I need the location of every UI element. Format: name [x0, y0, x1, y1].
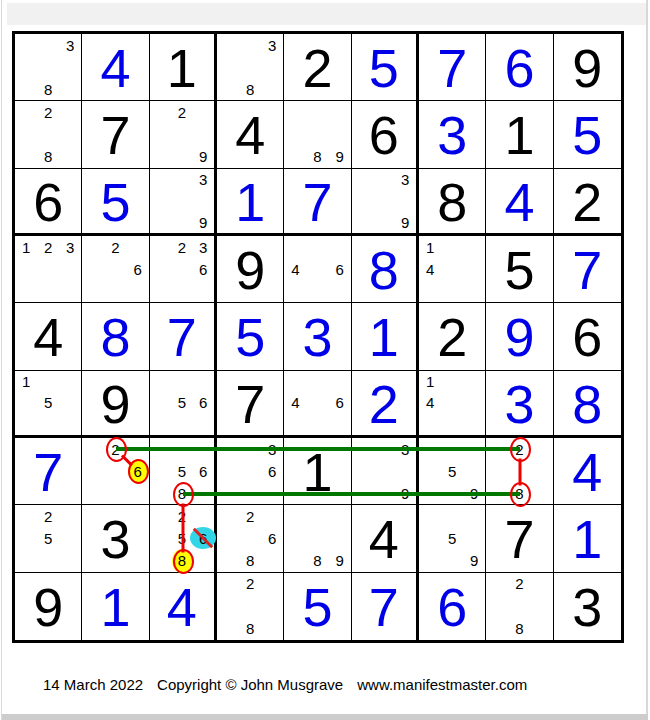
candidate-digit: 5: [178, 531, 186, 546]
candidate-r7c7-9: 9: [463, 482, 485, 504]
solved-digit: 8: [572, 377, 602, 431]
cell-r4c1[interactable]: 123: [15, 236, 82, 303]
candidate-grid: 89: [284, 505, 350, 571]
candidate-empty: [463, 371, 485, 392]
candidate-r8c3-2: 2: [171, 505, 192, 527]
solved-digit: 6: [437, 580, 467, 634]
candidate-empty: [395, 190, 416, 211]
cell-r8c5[interactable]: 89: [284, 505, 351, 572]
candidate-empty: [193, 482, 214, 504]
cell-r6c9[interactable]: 8: [554, 371, 621, 438]
cell-r2c1[interactable]: 28: [15, 101, 82, 168]
candidate-empty: [463, 414, 485, 435]
candidate-empty: [82, 280, 104, 302]
cell-r7c6[interactable]: 39: [352, 438, 419, 505]
cell-r9c8[interactable]: 28: [486, 573, 553, 640]
candidate-empty: [419, 550, 441, 572]
candidate-digit: 3: [268, 38, 276, 53]
candidate-grid: 89: [284, 101, 350, 167]
candidate-r4c5-4: 4: [284, 258, 306, 280]
candidate-grid: 28: [15, 101, 81, 167]
given-digit: 3: [100, 512, 130, 566]
candidate-empty: [104, 280, 126, 302]
solved-digit: 1: [235, 175, 265, 229]
candidate-empty: [171, 146, 192, 168]
cell-r3c1[interactable]: 6: [15, 169, 82, 236]
candidate-r6c5-6: 6: [329, 392, 351, 413]
cell-r9c5[interactable]: 5: [284, 573, 351, 640]
candidate-digit: 8: [313, 149, 321, 164]
candidate-empty: [261, 56, 283, 78]
candidate-r1c4-3: 3: [261, 34, 283, 56]
candidate-digit: 4: [291, 395, 299, 410]
candidate-grid: 39: [352, 169, 416, 233]
candidate-empty: [217, 505, 239, 527]
cell-r1c1[interactable]: 38: [15, 34, 82, 101]
candidate-digit: 1: [426, 374, 434, 389]
given-digit: 6: [33, 175, 63, 229]
solved-digit: 4: [504, 175, 534, 229]
candidate-empty: [239, 460, 261, 482]
cell-r3c8[interactable]: 4: [486, 169, 553, 236]
cell-r9c6[interactable]: 7: [352, 573, 419, 640]
candidate-empty: [306, 258, 328, 280]
candidate-digit: 2: [178, 509, 186, 524]
candidate-empty: [59, 78, 81, 100]
candidate-empty: [37, 123, 59, 145]
candidate-empty: [150, 101, 171, 123]
candidate-digit: 3: [66, 240, 74, 255]
candidate-r4c1-3: 3: [59, 236, 81, 258]
cell-r8c9[interactable]: 1: [554, 505, 621, 572]
candidate-empty: [217, 460, 239, 482]
cell-r1c8[interactable]: 6: [486, 34, 553, 101]
candidate-empty: [531, 438, 553, 460]
candidate-empty: [261, 550, 283, 572]
candidate-r3c3-3: 3: [193, 169, 214, 190]
candidate-empty: [59, 101, 81, 123]
candidate-r1c1-8: 8: [37, 78, 59, 100]
candidate-empty: [59, 527, 81, 549]
solved-digit: 1: [100, 580, 130, 634]
cell-r7c2[interactable]: 26: [82, 438, 149, 505]
cell-r6c3[interactable]: 56: [150, 371, 217, 438]
given-digit: 2: [302, 41, 332, 95]
candidate-empty: [531, 460, 553, 482]
candidate-digit: 6: [335, 395, 343, 410]
candidate-r4c2-6: 6: [127, 258, 149, 280]
cell-r2c3[interactable]: 29: [150, 101, 217, 168]
solved-digit: 5: [100, 175, 130, 229]
candidate-digit: 8: [178, 553, 186, 568]
candidate-empty: [329, 123, 351, 145]
candidate-grid: 15: [15, 371, 81, 435]
cell-r4c2[interactable]: 26: [82, 236, 149, 303]
candidate-empty: [486, 595, 508, 617]
candidate-r3c6-3: 3: [395, 169, 416, 190]
candidate-digit: 6: [133, 262, 141, 277]
candidate-empty: [373, 212, 394, 233]
candidate-empty: [150, 392, 171, 413]
given-digit: 6: [572, 310, 602, 364]
cell-r7c5[interactable]: 1: [284, 438, 351, 505]
candidate-r7c8-2: 2: [508, 438, 530, 460]
candidate-r4c3-3: 3: [193, 236, 214, 258]
cell-r3c9[interactable]: 2: [554, 169, 621, 236]
candidate-digit: 9: [335, 149, 343, 164]
cell-r5c8[interactable]: 9: [486, 303, 553, 370]
cell-r3c7[interactable]: 8: [419, 169, 486, 236]
candidate-empty: [127, 438, 149, 460]
candidate-digit: 9: [470, 486, 478, 501]
candidate-digit: 9: [401, 486, 409, 501]
candidate-empty: [15, 280, 37, 302]
solved-digit: 8: [369, 243, 399, 297]
candidate-empty: [150, 527, 171, 549]
candidate-empty: [150, 550, 171, 572]
candidate-r6c7-4: 4: [419, 392, 441, 413]
candidate-empty: [217, 527, 239, 549]
cell-r9c7[interactable]: 6: [419, 573, 486, 640]
candidate-r1c4-8: 8: [239, 78, 261, 100]
candidate-empty: [37, 258, 59, 280]
candidate-empty: [261, 573, 283, 595]
candidate-grid: 59: [419, 438, 485, 504]
cell-r8c7[interactable]: 59: [419, 505, 486, 572]
candidate-empty: [486, 573, 508, 595]
candidate-empty: [82, 236, 104, 258]
candidate-digit: 8: [44, 149, 52, 164]
cell-r3c5[interactable]: 7: [284, 169, 351, 236]
given-digit: 2: [437, 310, 467, 364]
candidate-digit: 9: [401, 215, 409, 230]
cell-r8c1[interactable]: 25: [15, 505, 82, 572]
candidate-empty: [329, 371, 351, 392]
given-digit: 9: [235, 243, 265, 297]
candidate-empty: [441, 236, 463, 258]
candidate-digit: 6: [199, 262, 207, 277]
candidate-digit: 4: [426, 262, 434, 277]
cell-r7c7[interactable]: 59: [419, 438, 486, 505]
cell-r5c3[interactable]: 7: [150, 303, 217, 370]
cell-r1c7[interactable]: 7: [419, 34, 486, 101]
cell-r4c4[interactable]: 9: [217, 236, 284, 303]
candidate-grid: 26: [82, 438, 148, 504]
candidate-empty: [329, 527, 351, 549]
candidate-empty: [193, 438, 214, 460]
candidate-empty: [373, 169, 394, 190]
candidate-empty: [306, 280, 328, 302]
cell-r2c8[interactable]: 1: [486, 101, 553, 168]
candidate-empty: [531, 595, 553, 617]
candidate-r6c5-4: 4: [284, 392, 306, 413]
candidate-r7c2-2: 2: [104, 438, 126, 460]
candidate-empty: [373, 190, 394, 211]
given-digit: 8: [437, 175, 467, 229]
cell-r6c5[interactable]: 46: [284, 371, 351, 438]
candidate-empty: [15, 56, 37, 78]
candidate-digit: 2: [111, 240, 119, 255]
candidate-r7c6-3: 3: [395, 438, 416, 460]
candidate-empty: [150, 190, 171, 211]
candidate-r6c7-1: 1: [419, 371, 441, 392]
given-digit: 7: [504, 512, 534, 566]
candidate-r8c1-2: 2: [37, 505, 59, 527]
cell-r1c2[interactable]: 4: [82, 34, 149, 101]
candidate-empty: [508, 460, 530, 482]
candidate-digit: 6: [199, 464, 207, 479]
cell-r6c7[interactable]: 14: [419, 371, 486, 438]
candidate-digit: 6: [199, 395, 207, 410]
solved-digit: 1: [572, 512, 602, 566]
candidate-empty: [37, 371, 59, 392]
cell-r5c5[interactable]: 3: [284, 303, 351, 370]
solved-digit: 4: [100, 41, 130, 95]
candidate-empty: [239, 595, 261, 617]
candidate-empty: [82, 482, 104, 504]
candidate-empty: [284, 371, 306, 392]
solved-digit: 4: [167, 580, 197, 634]
candidate-empty: [284, 505, 306, 527]
candidate-grid: 46: [284, 236, 350, 302]
given-digit: 5: [504, 243, 534, 297]
cell-r7c4[interactable]: 36: [217, 438, 284, 505]
candidate-digit: 3: [199, 240, 207, 255]
candidate-digit: 6: [268, 531, 276, 546]
cell-r3c6[interactable]: 39: [352, 169, 419, 236]
cell-r9c3[interactable]: 4: [150, 573, 217, 640]
cell-r8c8[interactable]: 7: [486, 505, 553, 572]
cell-r4c6[interactable]: 8: [352, 236, 419, 303]
candidate-empty: [486, 460, 508, 482]
cell-r7c1[interactable]: 7: [15, 438, 82, 505]
candidate-digit: 2: [111, 442, 119, 457]
cell-r6c1[interactable]: 15: [15, 371, 82, 438]
candidate-empty: [463, 258, 485, 280]
candidate-empty: [261, 595, 283, 617]
cell-r4c9[interactable]: 7: [554, 236, 621, 303]
cell-r9c2[interactable]: 1: [82, 573, 149, 640]
candidate-empty: [508, 595, 530, 617]
candidate-empty: [284, 550, 306, 572]
candidate-empty: [171, 212, 192, 233]
cell-r6c2[interactable]: 9: [82, 371, 149, 438]
cell-r5c1[interactable]: 4: [15, 303, 82, 370]
candidate-empty: [37, 34, 59, 56]
candidate-grid: 29: [150, 101, 214, 167]
cell-r5c4[interactable]: 5: [217, 303, 284, 370]
candidate-empty: [441, 414, 463, 435]
candidate-grid: 28: [486, 438, 552, 504]
cell-r9c9[interactable]: 3: [554, 573, 621, 640]
candidate-empty: [463, 460, 485, 482]
candidate-empty: [284, 146, 306, 168]
candidate-empty: [15, 258, 37, 280]
candidate-empty: [171, 169, 192, 190]
cell-r2c4[interactable]: 4: [217, 101, 284, 168]
candidate-empty: [193, 101, 214, 123]
cell-r7c9[interactable]: 4: [554, 438, 621, 505]
candidate-digit: 6: [133, 464, 141, 479]
candidate-empty: [531, 573, 553, 595]
candidate-empty: [306, 527, 328, 549]
candidate-empty: [352, 438, 373, 460]
candidate-empty: [15, 146, 37, 168]
cell-r8c4[interactable]: 268: [217, 505, 284, 572]
candidate-empty: [352, 482, 373, 504]
solved-digit: 5: [302, 580, 332, 634]
candidate-digit: 3: [401, 442, 409, 457]
candidate-r2c1-8: 8: [37, 146, 59, 168]
cell-r3c3[interactable]: 39: [150, 169, 217, 236]
cell-r1c4[interactable]: 38: [217, 34, 284, 101]
window-right-edge: [646, 0, 648, 720]
footer-website[interactable]: www.manifestmaster.com: [357, 676, 527, 693]
candidate-empty: [59, 392, 81, 413]
cell-r2c5[interactable]: 89: [284, 101, 351, 168]
candidate-digit: 4: [426, 395, 434, 410]
cell-r3c2[interactable]: 5: [82, 169, 149, 236]
candidate-empty: [284, 414, 306, 435]
candidate-empty: [171, 371, 192, 392]
candidate-digit: 9: [470, 553, 478, 568]
candidate-empty: [150, 482, 171, 504]
given-digit: 1: [302, 445, 332, 499]
candidate-r9c4-8: 8: [239, 618, 261, 640]
cell-r2c7[interactable]: 3: [419, 101, 486, 168]
candidate-empty: [419, 505, 441, 527]
cell-r9c4[interactable]: 28: [217, 573, 284, 640]
cell-r8c2[interactable]: 3: [82, 505, 149, 572]
candidate-empty: [59, 146, 81, 168]
candidate-empty: [329, 236, 351, 258]
cell-r6c8[interactable]: 3: [486, 371, 553, 438]
candidate-empty: [15, 550, 37, 572]
cell-r7c3[interactable]: 568: [150, 438, 217, 505]
cell-r2c2[interactable]: 7: [82, 101, 149, 168]
cell-r1c5[interactable]: 2: [284, 34, 351, 101]
candidate-empty: [59, 505, 81, 527]
cell-r6c4[interactable]: 7: [217, 371, 284, 438]
candidate-r7c3-5: 5: [171, 460, 192, 482]
candidate-empty: [104, 258, 126, 280]
candidate-digit: 2: [44, 105, 52, 120]
candidate-r8c4-2: 2: [239, 505, 261, 527]
candidate-r4c3-6: 6: [193, 258, 214, 280]
candidate-r2c3-9: 9: [193, 146, 214, 168]
candidate-empty: [15, 123, 37, 145]
given-digit: 4: [33, 310, 63, 364]
solved-digit: 7: [572, 243, 602, 297]
cell-r7c8[interactable]: 28: [486, 438, 553, 505]
candidate-empty: [217, 56, 239, 78]
candidate-empty: [59, 56, 81, 78]
cell-r5c7[interactable]: 2: [419, 303, 486, 370]
candidate-empty: [127, 236, 149, 258]
candidate-r9c8-2: 2: [508, 573, 530, 595]
cell-r9c1[interactable]: 9: [15, 573, 82, 640]
candidate-r8c3-6: 6: [193, 527, 214, 549]
candidate-empty: [15, 505, 37, 527]
cell-r4c8[interactable]: 5: [486, 236, 553, 303]
candidate-empty: [171, 414, 192, 435]
candidate-digit: 5: [44, 531, 52, 546]
candidate-empty: [531, 618, 553, 640]
candidate-empty: [306, 123, 328, 145]
cell-r4c5[interactable]: 46: [284, 236, 351, 303]
candidate-digit: 9: [199, 215, 207, 230]
cell-r8c3[interactable]: 2568: [150, 505, 217, 572]
candidate-empty: [82, 438, 104, 460]
candidate-empty: [463, 505, 485, 527]
cell-r1c3[interactable]: 1: [150, 34, 217, 101]
candidate-grid: 39: [352, 438, 416, 504]
cell-r5c2[interactable]: 8: [82, 303, 149, 370]
candidate-grid: 568: [150, 438, 214, 504]
candidate-r4c1-1: 1: [15, 236, 37, 258]
candidate-r8c1-5: 5: [37, 527, 59, 549]
candidate-digit: 1: [22, 374, 30, 389]
candidate-empty: [217, 34, 239, 56]
cell-r2c9[interactable]: 5: [554, 101, 621, 168]
solved-digit: 7: [437, 41, 467, 95]
candidate-grid: 26: [82, 236, 148, 302]
candidate-digit: 9: [335, 553, 343, 568]
candidate-empty: [217, 438, 239, 460]
cell-r2c6[interactable]: 6: [352, 101, 419, 168]
candidate-r6c3-6: 6: [193, 392, 214, 413]
candidate-empty: [217, 595, 239, 617]
candidate-grid: 25: [15, 505, 81, 571]
solved-digit: 7: [369, 580, 399, 634]
candidate-empty: [37, 56, 59, 78]
cell-r5c9[interactable]: 6: [554, 303, 621, 370]
candidate-digit: 1: [22, 240, 30, 255]
candidate-empty: [441, 505, 463, 527]
candidate-empty: [171, 190, 192, 211]
candidate-r4c1-2: 2: [37, 236, 59, 258]
sudoku-board: 3841382576928729489631565391739842123262…: [12, 31, 624, 643]
candidate-empty: [463, 438, 485, 460]
cell-r5c6[interactable]: 1: [352, 303, 419, 370]
candidate-empty: [217, 78, 239, 100]
cell-r3c4[interactable]: 1: [217, 169, 284, 236]
footer-date: 14 March 2022: [43, 676, 143, 693]
candidate-digit: 8: [246, 621, 254, 636]
candidate-grid: 14: [419, 236, 485, 302]
candidate-empty: [150, 460, 171, 482]
candidate-empty: [306, 505, 328, 527]
candidate-grid: 236: [150, 236, 214, 302]
candidate-empty: [239, 34, 261, 56]
cell-r1c6[interactable]: 5: [352, 34, 419, 101]
cell-r6c6[interactable]: 2: [352, 371, 419, 438]
footer: 14 March 2022 Copyright © John Musgrave …: [43, 676, 527, 693]
candidate-r8c5-8: 8: [306, 550, 328, 572]
candidate-grid: 38: [217, 34, 283, 100]
candidate-empty: [306, 414, 328, 435]
cell-r1c9[interactable]: 9: [554, 34, 621, 101]
cell-r4c7[interactable]: 14: [419, 236, 486, 303]
given-digit: 9: [33, 580, 63, 634]
cell-r4c3[interactable]: 236: [150, 236, 217, 303]
candidate-empty: [171, 438, 192, 460]
candidate-empty: [59, 371, 81, 392]
candidate-digit: 2: [515, 442, 523, 457]
candidate-empty: [373, 438, 394, 460]
cell-r8c6[interactable]: 4: [352, 505, 419, 572]
candidate-empty: [171, 123, 192, 145]
